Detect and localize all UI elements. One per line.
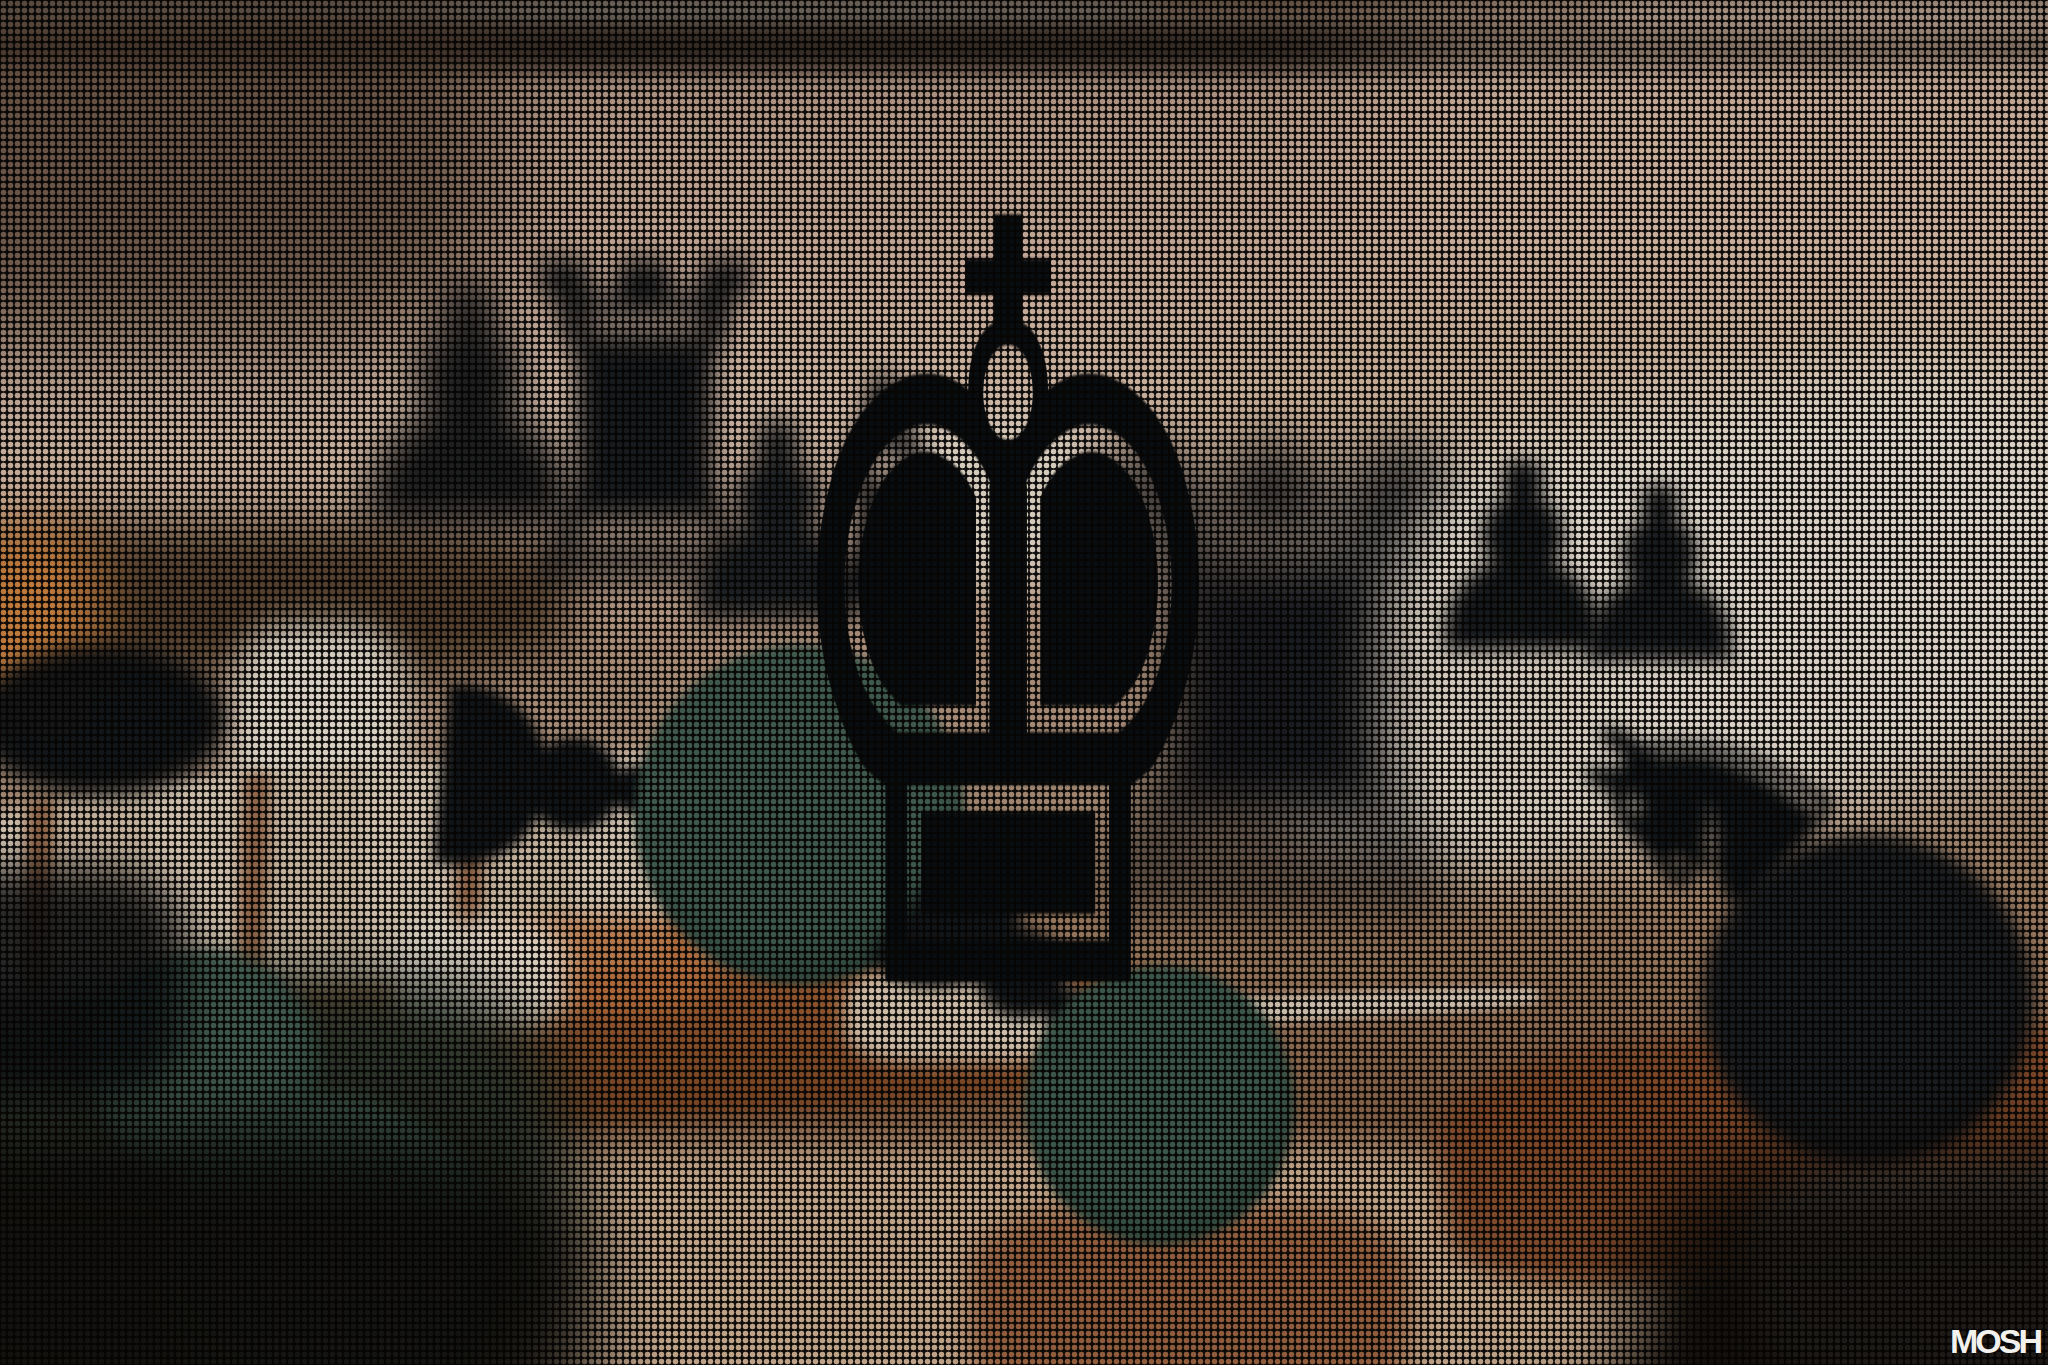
felt-base-foreground-lower [160, 1095, 500, 1365]
scene-foreground-overlay [0, 0, 2048, 1365]
watermark-mosh: MOSH [1950, 1322, 2040, 1361]
dark-box-left-edge [0, 870, 185, 1100]
dark-corner-bottom-left [0, 1130, 590, 1365]
chess-photo-stage: ♟♜♟♝♜♟♟♟♟♚♞ MOSH [0, 0, 2048, 1365]
felt-base-foreground-upper [90, 950, 320, 1180]
